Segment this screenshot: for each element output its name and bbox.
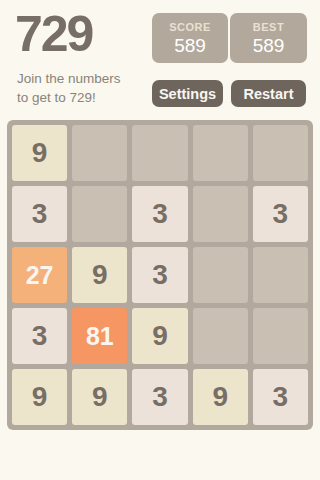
tile-3-r3c3: 3 xyxy=(132,247,187,303)
score-value: 589 xyxy=(152,35,228,57)
empty-cell-r4c5 xyxy=(253,308,308,364)
tile-81-r4c2: 81 xyxy=(72,308,127,364)
empty-cell-r3c4 xyxy=(193,247,248,303)
tile-9-r5c4: 9 xyxy=(193,369,248,425)
tile-3-r5c3: 3 xyxy=(132,369,187,425)
tile-27-r3c1: 27 xyxy=(12,247,67,303)
tile-3-r2c5: 3 xyxy=(253,186,308,242)
tile-3-r2c1: 3 xyxy=(12,186,67,242)
tile-3-r4c1: 3 xyxy=(12,308,67,364)
app-screen: 729 Join the numbers to get to 729! SCOR… xyxy=(0,0,320,480)
empty-cell-r2c2 xyxy=(72,186,127,242)
game-title: 729 xyxy=(15,6,92,62)
tile-9-r1c1: 9 xyxy=(12,125,67,181)
tile-9-r5c2: 9 xyxy=(72,369,127,425)
best-value: 589 xyxy=(230,35,307,57)
empty-cell-r1c2 xyxy=(72,125,127,181)
tile-3-r5c5: 3 xyxy=(253,369,308,425)
tile-9-r5c1: 9 xyxy=(12,369,67,425)
empty-cell-r1c4 xyxy=(193,125,248,181)
score-box: SCORE 589 xyxy=(152,13,228,63)
settings-button[interactable]: Settings xyxy=(152,80,223,107)
best-box: BEST 589 xyxy=(230,13,307,63)
subtitle-line-2: to get to 729! xyxy=(17,90,96,105)
score-label: SCORE xyxy=(152,21,228,33)
subtitle-line-1: Join the numbers xyxy=(17,71,121,86)
tile-3-r2c3: 3 xyxy=(132,186,187,242)
game-board[interactable]: 93332793381999393 xyxy=(7,120,313,430)
empty-cell-r4c4 xyxy=(193,308,248,364)
tile-9-r4c3: 9 xyxy=(132,308,187,364)
empty-cell-r1c5 xyxy=(253,125,308,181)
restart-button[interactable]: Restart xyxy=(231,80,306,107)
empty-cell-r2c4 xyxy=(193,186,248,242)
empty-cell-r3c5 xyxy=(253,247,308,303)
best-label: BEST xyxy=(230,21,307,33)
tile-9-r3c2: 9 xyxy=(72,247,127,303)
empty-cell-r1c3 xyxy=(132,125,187,181)
game-subtitle: Join the numbers to get to 729! xyxy=(17,70,121,107)
